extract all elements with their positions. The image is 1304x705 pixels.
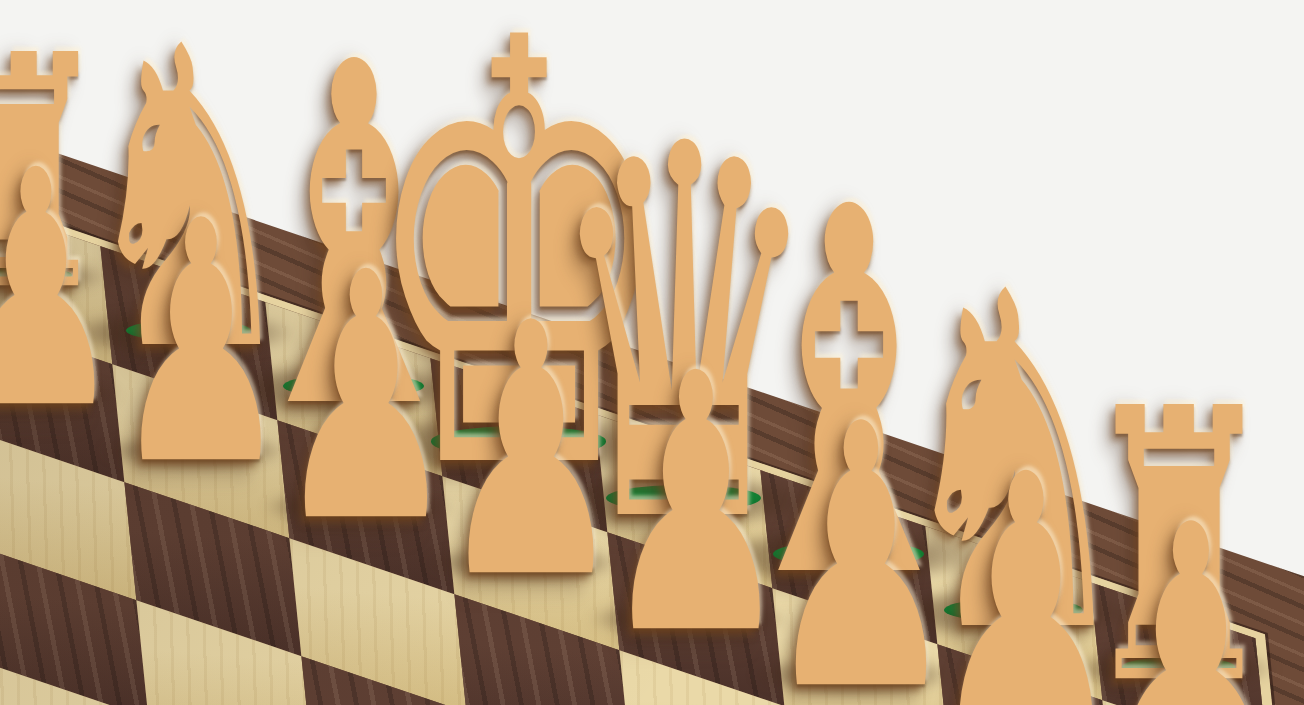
piece-white-pawn-g2[interactable]: ♟ bbox=[111, 178, 290, 511]
piece-white-pawn-d2[interactable]: ♟ bbox=[600, 328, 791, 683]
scene: ♜♞♝♚♛♝♞♜♟♟♟♟♟♟♟♟ bbox=[0, 0, 1304, 705]
piece-white-pawn-a2[interactable]: ♟ bbox=[1089, 477, 1292, 705]
piece-white-pawn-f2[interactable]: ♟ bbox=[274, 228, 457, 568]
piece-white-pawn-h2[interactable]: ♟ bbox=[0, 128, 123, 453]
piece-white-pawn-e2[interactable]: ♟ bbox=[437, 278, 624, 626]
